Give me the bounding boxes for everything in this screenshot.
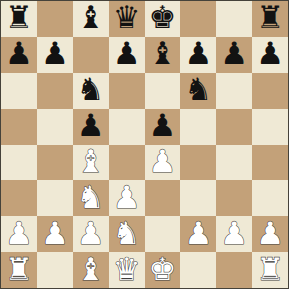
square-e2[interactable] <box>145 216 181 252</box>
white-pawn-d3[interactable]: ♟ <box>113 182 141 213</box>
square-g1[interactable] <box>216 252 252 288</box>
square-f3[interactable] <box>180 180 216 216</box>
square-h1[interactable]: ♜ <box>252 252 288 288</box>
square-b2[interactable]: ♟ <box>37 216 73 252</box>
square-a4[interactable] <box>1 145 37 181</box>
square-b1[interactable] <box>37 252 73 288</box>
square-a7[interactable]: ♟ <box>1 37 37 73</box>
square-g4[interactable] <box>216 145 252 181</box>
white-rook-h1[interactable]: ♜ <box>256 254 284 285</box>
black-bishop-e7[interactable]: ♝ <box>149 38 177 69</box>
chess-board: ♜♝♛♚♜♟♟♟♝♟♟♟♞♞♟♟♝♟♞♟♟♟♟♞♟♟♟♜♝♛♚♜ <box>0 0 289 289</box>
square-d1[interactable]: ♛ <box>109 252 145 288</box>
square-f1[interactable] <box>180 252 216 288</box>
black-pawn-e5[interactable]: ♟ <box>149 110 177 141</box>
square-g2[interactable]: ♟ <box>216 216 252 252</box>
square-c1[interactable]: ♝ <box>73 252 109 288</box>
white-pawn-h2[interactable]: ♟ <box>256 218 284 249</box>
square-e6[interactable] <box>145 73 181 109</box>
black-rook-h8[interactable]: ♜ <box>256 2 284 33</box>
white-pawn-f2[interactable]: ♟ <box>184 218 212 249</box>
square-b5[interactable] <box>37 109 73 145</box>
white-queen-d1[interactable]: ♛ <box>113 254 141 285</box>
black-pawn-a7[interactable]: ♟ <box>5 38 33 69</box>
black-pawn-c5[interactable]: ♟ <box>77 110 105 141</box>
white-pawn-e4[interactable]: ♟ <box>149 146 177 177</box>
square-e1[interactable]: ♚ <box>145 252 181 288</box>
white-bishop-c4[interactable]: ♝ <box>77 146 105 177</box>
black-knight-c6[interactable]: ♞ <box>77 74 105 105</box>
square-d4[interactable] <box>109 145 145 181</box>
black-pawn-f7[interactable]: ♟ <box>184 38 212 69</box>
square-a1[interactable]: ♜ <box>1 252 37 288</box>
square-h3[interactable] <box>252 180 288 216</box>
square-b8[interactable] <box>37 1 73 37</box>
black-pawn-h7[interactable]: ♟ <box>256 38 284 69</box>
square-h5[interactable] <box>252 109 288 145</box>
square-h8[interactable]: ♜ <box>252 1 288 37</box>
square-g8[interactable] <box>216 1 252 37</box>
square-d3[interactable]: ♟ <box>109 180 145 216</box>
square-g6[interactable] <box>216 73 252 109</box>
square-e3[interactable] <box>145 180 181 216</box>
square-e8[interactable]: ♚ <box>145 1 181 37</box>
square-c3[interactable]: ♞ <box>73 180 109 216</box>
square-f7[interactable]: ♟ <box>180 37 216 73</box>
white-pawn-c2[interactable]: ♟ <box>77 218 105 249</box>
square-a2[interactable]: ♟ <box>1 216 37 252</box>
white-rook-a1[interactable]: ♜ <box>5 254 33 285</box>
square-f6[interactable]: ♞ <box>180 73 216 109</box>
square-b3[interactable] <box>37 180 73 216</box>
square-d2[interactable]: ♞ <box>109 216 145 252</box>
square-d8[interactable]: ♛ <box>109 1 145 37</box>
square-c2[interactable]: ♟ <box>73 216 109 252</box>
square-h2[interactable]: ♟ <box>252 216 288 252</box>
square-c5[interactable]: ♟ <box>73 109 109 145</box>
square-a8[interactable]: ♜ <box>1 1 37 37</box>
white-knight-c3[interactable]: ♞ <box>77 182 105 213</box>
square-h4[interactable] <box>252 145 288 181</box>
square-f5[interactable] <box>180 109 216 145</box>
black-king-e8[interactable]: ♚ <box>149 2 177 33</box>
square-b7[interactable]: ♟ <box>37 37 73 73</box>
white-king-e1[interactable]: ♚ <box>149 254 177 285</box>
square-c4[interactable]: ♝ <box>73 145 109 181</box>
square-a5[interactable] <box>1 109 37 145</box>
white-pawn-a2[interactable]: ♟ <box>5 218 33 249</box>
square-g3[interactable] <box>216 180 252 216</box>
white-bishop-c1[interactable]: ♝ <box>77 254 105 285</box>
square-c8[interactable]: ♝ <box>73 1 109 37</box>
square-b4[interactable] <box>37 145 73 181</box>
square-d6[interactable] <box>109 73 145 109</box>
square-e5[interactable]: ♟ <box>145 109 181 145</box>
square-h7[interactable]: ♟ <box>252 37 288 73</box>
square-f4[interactable] <box>180 145 216 181</box>
black-knight-f6[interactable]: ♞ <box>184 74 212 105</box>
square-b6[interactable] <box>37 73 73 109</box>
black-queen-d8[interactable]: ♛ <box>113 2 141 33</box>
white-knight-d2[interactable]: ♞ <box>113 218 141 249</box>
square-f8[interactable] <box>180 1 216 37</box>
square-c7[interactable] <box>73 37 109 73</box>
black-pawn-d7[interactable]: ♟ <box>113 38 141 69</box>
black-rook-a8[interactable]: ♜ <box>5 2 33 33</box>
square-e4[interactable]: ♟ <box>145 145 181 181</box>
white-pawn-g2[interactable]: ♟ <box>220 218 248 249</box>
square-a6[interactable] <box>1 73 37 109</box>
square-a3[interactable] <box>1 180 37 216</box>
white-pawn-b2[interactable]: ♟ <box>41 218 69 249</box>
square-f2[interactable]: ♟ <box>180 216 216 252</box>
black-pawn-g7[interactable]: ♟ <box>220 38 248 69</box>
square-d7[interactable]: ♟ <box>109 37 145 73</box>
square-g7[interactable]: ♟ <box>216 37 252 73</box>
black-bishop-c8[interactable]: ♝ <box>77 2 105 33</box>
square-h6[interactable] <box>252 73 288 109</box>
square-e7[interactable]: ♝ <box>145 37 181 73</box>
square-d5[interactable] <box>109 109 145 145</box>
square-c6[interactable]: ♞ <box>73 73 109 109</box>
square-g5[interactable] <box>216 109 252 145</box>
black-pawn-b7[interactable]: ♟ <box>41 38 69 69</box>
